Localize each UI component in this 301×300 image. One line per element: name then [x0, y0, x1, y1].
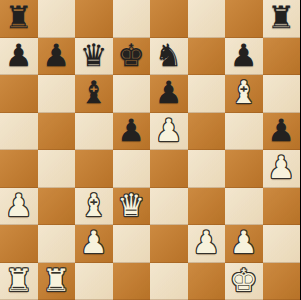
square-h5[interactable]: ♟ [263, 113, 301, 151]
square-d1[interactable] [113, 263, 151, 300]
white-queen[interactable]: ♛ [117, 190, 145, 221]
square-h8[interactable]: ♜ [263, 0, 301, 38]
square-a7[interactable]: ♟ [0, 38, 38, 76]
square-f7[interactable] [188, 38, 226, 76]
square-c7[interactable]: ♛ [75, 38, 113, 76]
white-rook[interactable]: ♜ [5, 265, 33, 296]
square-c1[interactable] [75, 263, 113, 300]
square-c4[interactable] [75, 150, 113, 188]
black-pawn[interactable]: ♟ [117, 115, 145, 146]
black-king[interactable]: ♚ [117, 40, 145, 71]
square-f1[interactable] [188, 263, 226, 300]
square-b8[interactable] [38, 0, 76, 38]
square-g4[interactable] [225, 150, 263, 188]
square-e5[interactable]: ♟ [150, 113, 188, 151]
square-f4[interactable] [188, 150, 226, 188]
square-g3[interactable] [225, 188, 263, 226]
square-d3[interactable]: ♛ [113, 188, 151, 226]
square-e8[interactable] [150, 0, 188, 38]
square-b4[interactable] [38, 150, 76, 188]
square-f8[interactable] [188, 0, 226, 38]
square-g1[interactable]: ♚ [225, 263, 263, 300]
chess-board-container: ♜♜♟♟♛♚♞♟♝♟♝♟♟♟♟♟♝♛♟♟♟♜♜♚ [0, 0, 300, 300]
black-pawn[interactable]: ♟ [155, 77, 183, 108]
white-pawn[interactable]: ♟ [5, 190, 33, 221]
square-a5[interactable] [0, 113, 38, 151]
black-bishop[interactable]: ♝ [80, 77, 108, 108]
square-e3[interactable] [150, 188, 188, 226]
square-c3[interactable]: ♝ [75, 188, 113, 226]
square-f3[interactable] [188, 188, 226, 226]
chess-board: ♜♜♟♟♛♚♞♟♝♟♝♟♟♟♟♟♝♛♟♟♟♜♜♚ [0, 0, 300, 300]
square-b7[interactable]: ♟ [38, 38, 76, 76]
white-pawn[interactable]: ♟ [267, 152, 295, 183]
square-e1[interactable] [150, 263, 188, 300]
square-g6[interactable]: ♝ [225, 75, 263, 113]
square-d4[interactable] [113, 150, 151, 188]
square-d2[interactable] [113, 225, 151, 263]
white-pawn[interactable]: ♟ [80, 227, 108, 258]
square-a8[interactable]: ♜ [0, 0, 38, 38]
square-f5[interactable] [188, 113, 226, 151]
square-a4[interactable] [0, 150, 38, 188]
black-pawn[interactable]: ♟ [230, 40, 258, 71]
square-f2[interactable]: ♟ [188, 225, 226, 263]
black-knight[interactable]: ♞ [155, 40, 183, 71]
black-pawn[interactable]: ♟ [42, 40, 70, 71]
square-b1[interactable]: ♜ [38, 263, 76, 300]
black-pawn[interactable]: ♟ [267, 115, 295, 146]
square-h3[interactable] [263, 188, 301, 226]
black-queen[interactable]: ♛ [80, 40, 108, 71]
square-h6[interactable] [263, 75, 301, 113]
white-pawn[interactable]: ♟ [192, 227, 220, 258]
black-rook[interactable]: ♜ [5, 2, 33, 33]
white-bishop[interactable]: ♝ [80, 190, 108, 221]
square-a6[interactable] [0, 75, 38, 113]
black-rook[interactable]: ♜ [267, 2, 295, 33]
square-d7[interactable]: ♚ [113, 38, 151, 76]
square-h2[interactable] [263, 225, 301, 263]
square-a1[interactable]: ♜ [0, 263, 38, 300]
square-e6[interactable]: ♟ [150, 75, 188, 113]
square-d6[interactable] [113, 75, 151, 113]
white-pawn[interactable]: ♟ [230, 227, 258, 258]
square-a3[interactable]: ♟ [0, 188, 38, 226]
square-e4[interactable] [150, 150, 188, 188]
square-e7[interactable]: ♞ [150, 38, 188, 76]
square-h4[interactable]: ♟ [263, 150, 301, 188]
square-a2[interactable] [0, 225, 38, 263]
square-c6[interactable]: ♝ [75, 75, 113, 113]
white-rook[interactable]: ♜ [42, 265, 70, 296]
square-d5[interactable]: ♟ [113, 113, 151, 151]
square-d8[interactable] [113, 0, 151, 38]
square-g5[interactable] [225, 113, 263, 151]
square-g2[interactable]: ♟ [225, 225, 263, 263]
square-e2[interactable] [150, 225, 188, 263]
white-pawn[interactable]: ♟ [155, 115, 183, 146]
square-g8[interactable] [225, 0, 263, 38]
square-b2[interactable] [38, 225, 76, 263]
square-c8[interactable] [75, 0, 113, 38]
square-c5[interactable] [75, 113, 113, 151]
square-f6[interactable] [188, 75, 226, 113]
square-b6[interactable] [38, 75, 76, 113]
white-king[interactable]: ♚ [230, 265, 258, 296]
square-b3[interactable] [38, 188, 76, 226]
square-b5[interactable] [38, 113, 76, 151]
black-pawn[interactable]: ♟ [5, 40, 33, 71]
white-bishop[interactable]: ♝ [230, 77, 258, 108]
square-h7[interactable] [263, 38, 301, 76]
square-h1[interactable] [263, 263, 301, 300]
square-g7[interactable]: ♟ [225, 38, 263, 76]
square-c2[interactable]: ♟ [75, 225, 113, 263]
